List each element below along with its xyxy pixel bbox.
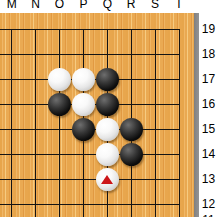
stone-black-R14 bbox=[120, 143, 143, 166]
row-label-17: 17 bbox=[199, 72, 218, 86]
grid-line-vertical bbox=[59, 29, 60, 218]
column-label-N: N bbox=[26, 0, 46, 11]
grid-line-horizontal bbox=[0, 154, 180, 155]
stone-black-Q16 bbox=[96, 93, 119, 116]
goban[interactable] bbox=[0, 13, 194, 217]
stone-black-O16 bbox=[48, 93, 71, 116]
board-edge-shadow bbox=[194, 13, 199, 217]
stone-white-Q14 bbox=[96, 143, 119, 166]
stone-white-Q13 bbox=[96, 168, 119, 191]
stone-white-Q15 bbox=[96, 118, 119, 141]
stone-white-P17 bbox=[72, 68, 95, 91]
stone-black-Q17 bbox=[96, 68, 119, 91]
row-label-14: 14 bbox=[199, 147, 218, 161]
grid-line-horizontal bbox=[0, 54, 180, 55]
row-label-18: 18 bbox=[199, 47, 218, 61]
grid-line-vertical bbox=[35, 29, 36, 218]
grid-line-vertical bbox=[179, 29, 180, 218]
row-label-partial-11: 11 bbox=[199, 213, 218, 217]
grid-line-vertical bbox=[11, 29, 12, 218]
stone-black-R15 bbox=[120, 118, 143, 141]
row-label-12: 12 bbox=[199, 197, 218, 211]
column-label-T: T bbox=[169, 0, 189, 11]
row-label-15: 15 bbox=[199, 122, 218, 136]
row-label-13: 13 bbox=[199, 172, 218, 186]
column-label-O: O bbox=[50, 0, 70, 11]
column-label-Q: Q bbox=[97, 0, 117, 11]
grid-line-vertical bbox=[155, 29, 156, 218]
go-board-viewport: MNOPQRST191817161514131211 bbox=[0, 0, 219, 217]
column-label-S: S bbox=[145, 0, 165, 11]
stone-black-P15 bbox=[72, 118, 95, 141]
row-label-16: 16 bbox=[199, 97, 218, 111]
stone-white-O17 bbox=[48, 68, 71, 91]
column-label-P: P bbox=[73, 0, 93, 11]
grid-line-horizontal bbox=[0, 204, 180, 205]
column-label-R: R bbox=[121, 0, 141, 11]
column-label-M: M bbox=[2, 0, 22, 11]
grid-line-horizontal bbox=[0, 29, 180, 30]
last-move-triangle-marker bbox=[101, 175, 113, 184]
grid-line-horizontal bbox=[0, 179, 180, 180]
stone-white-P16 bbox=[72, 93, 95, 116]
row-label-19: 19 bbox=[199, 22, 218, 36]
